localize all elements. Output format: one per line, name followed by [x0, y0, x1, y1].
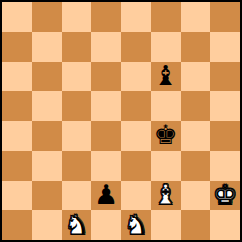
- square-g3[interactable]: [181, 151, 211, 181]
- square-h1[interactable]: [210, 210, 240, 240]
- square-c1[interactable]: ♞: [62, 210, 92, 240]
- square-b5[interactable]: [32, 91, 62, 121]
- square-g2[interactable]: [181, 181, 211, 211]
- square-g7[interactable]: [181, 32, 211, 62]
- square-d2[interactable]: ♟: [91, 181, 121, 211]
- white-king[interactable]: ♚: [213, 181, 237, 208]
- square-e1[interactable]: ♞: [121, 210, 151, 240]
- square-f4[interactable]: ♚: [151, 121, 181, 151]
- square-b3[interactable]: [32, 151, 62, 181]
- square-d4[interactable]: [91, 121, 121, 151]
- square-d3[interactable]: [91, 151, 121, 181]
- square-b7[interactable]: [32, 32, 62, 62]
- square-e2[interactable]: [121, 181, 151, 211]
- white-knight[interactable]: ♞: [64, 211, 88, 238]
- square-b6[interactable]: [32, 62, 62, 92]
- square-f8[interactable]: [151, 2, 181, 32]
- square-h2[interactable]: ♚: [210, 181, 240, 211]
- square-a1[interactable]: [2, 210, 32, 240]
- square-c4[interactable]: [62, 121, 92, 151]
- square-h6[interactable]: [210, 62, 240, 92]
- square-a8[interactable]: [2, 2, 32, 32]
- square-h8[interactable]: [210, 2, 240, 32]
- square-c3[interactable]: [62, 151, 92, 181]
- square-e6[interactable]: [121, 62, 151, 92]
- square-g6[interactable]: [181, 62, 211, 92]
- square-f6[interactable]: ♝: [151, 62, 181, 92]
- black-pawn[interactable]: ♟: [94, 181, 118, 208]
- square-g5[interactable]: [181, 91, 211, 121]
- square-c6[interactable]: [62, 62, 92, 92]
- square-b2[interactable]: [32, 181, 62, 211]
- square-g8[interactable]: [181, 2, 211, 32]
- square-h5[interactable]: [210, 91, 240, 121]
- square-e4[interactable]: [121, 121, 151, 151]
- square-a4[interactable]: [2, 121, 32, 151]
- square-f3[interactable]: [151, 151, 181, 181]
- square-g1[interactable]: [181, 210, 211, 240]
- square-a5[interactable]: [2, 91, 32, 121]
- square-b4[interactable]: [32, 121, 62, 151]
- square-d1[interactable]: [91, 210, 121, 240]
- square-e8[interactable]: [121, 2, 151, 32]
- square-f7[interactable]: [151, 32, 181, 62]
- square-c5[interactable]: [62, 91, 92, 121]
- white-bishop[interactable]: ♝: [154, 181, 178, 208]
- square-h4[interactable]: [210, 121, 240, 151]
- square-c7[interactable]: [62, 32, 92, 62]
- square-e5[interactable]: [121, 91, 151, 121]
- square-a3[interactable]: [2, 151, 32, 181]
- square-h7[interactable]: [210, 32, 240, 62]
- square-a7[interactable]: [2, 32, 32, 62]
- white-knight[interactable]: ♞: [124, 211, 148, 238]
- square-d7[interactable]: [91, 32, 121, 62]
- square-c2[interactable]: [62, 181, 92, 211]
- square-f1[interactable]: [151, 210, 181, 240]
- square-e7[interactable]: [121, 32, 151, 62]
- square-a2[interactable]: [2, 181, 32, 211]
- square-d5[interactable]: [91, 91, 121, 121]
- square-d6[interactable]: [91, 62, 121, 92]
- black-king[interactable]: ♚: [154, 121, 178, 148]
- square-f5[interactable]: [151, 91, 181, 121]
- square-h3[interactable]: [210, 151, 240, 181]
- square-b8[interactable]: [32, 2, 62, 32]
- black-bishop[interactable]: ♝: [154, 62, 178, 89]
- chess-board: ♝♚♟♝♚♞♞: [0, 0, 242, 242]
- square-a6[interactable]: [2, 62, 32, 92]
- square-c8[interactable]: [62, 2, 92, 32]
- square-f2[interactable]: ♝: [151, 181, 181, 211]
- square-d8[interactable]: [91, 2, 121, 32]
- square-e3[interactable]: [121, 151, 151, 181]
- square-g4[interactable]: [181, 121, 211, 151]
- square-b1[interactable]: [32, 210, 62, 240]
